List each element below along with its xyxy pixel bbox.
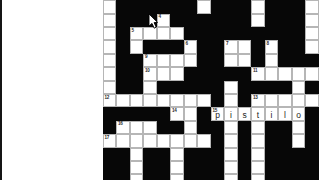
block-cell-r1c12	[265, 14, 279, 27]
cell-r12c9[interactable]	[224, 161, 238, 174]
cell-r4c0[interactable]	[103, 54, 117, 67]
block-cell-r12c6	[184, 161, 198, 174]
block-cell-r2c11	[251, 27, 265, 40]
cell-r13c9[interactable]	[224, 174, 238, 180]
screenshot-root: { "game": "crossword", "app": { "descrip…	[0, 0, 320, 180]
block-cell-r11c15	[305, 148, 319, 161]
block-cell-r5c8	[211, 67, 225, 80]
block-cell-r13c4	[157, 174, 171, 180]
cell-r12c11[interactable]	[251, 161, 265, 174]
block-cell-r2c13	[278, 27, 292, 40]
cell-r6c9[interactable]	[224, 81, 238, 94]
block-cell-r5c10	[238, 67, 252, 80]
block-cell-r11c4	[157, 148, 171, 161]
block-cell-r0c2	[130, 0, 144, 13]
cell-r0c7[interactable]	[197, 0, 211, 13]
block-cell-r10c12	[265, 134, 279, 147]
block-cell-r6c11	[251, 81, 265, 94]
clue-number: 11	[253, 68, 257, 74]
cell-r11c5[interactable]	[170, 148, 184, 161]
block-cell-r0c8	[211, 0, 225, 13]
cell-r4c9[interactable]	[224, 54, 238, 67]
cell-r9c11[interactable]	[251, 121, 265, 134]
filled-letter: i	[225, 110, 237, 121]
block-cell-r1c10	[238, 14, 252, 27]
cell-r6c14[interactable]	[292, 81, 306, 94]
cell-r2c0[interactable]	[103, 27, 117, 40]
cell-r10c2[interactable]	[130, 134, 144, 147]
filled-letter: i	[266, 110, 278, 121]
cell-r8c5[interactable]: 14	[170, 107, 184, 120]
filled-letter: s	[239, 110, 251, 121]
clue-number: 13	[253, 95, 258, 101]
filled-letter: o	[293, 110, 305, 121]
block-cell-r0c1	[116, 0, 130, 13]
cell-r10c9[interactable]	[224, 134, 238, 147]
block-cell-r6c6	[184, 81, 198, 94]
clue-number: 12	[105, 95, 110, 101]
block-cell-r10c8	[211, 134, 225, 147]
block-cell-r11c3	[143, 148, 157, 161]
cell-r5c3[interactable]: 10	[143, 67, 157, 80]
cell-r7c5[interactable]	[170, 94, 184, 107]
cell-r7c11[interactable]: 13	[251, 94, 265, 107]
block-cell-r8c4	[157, 107, 171, 120]
block-cell-r0c10	[238, 0, 252, 13]
cell-r12c5[interactable]	[170, 161, 184, 174]
block-cell-r4c7	[197, 54, 211, 67]
cell-r10c3[interactable]	[143, 134, 157, 147]
cell-r10c0[interactable]: 17	[103, 134, 117, 147]
block-cell-r0c6	[184, 0, 198, 13]
block-cell-r6c5	[170, 81, 184, 94]
clue-number: 6	[186, 41, 188, 47]
block-cell-r5c1	[116, 67, 130, 80]
cell-r1c15[interactable]	[305, 14, 319, 27]
cell-r3c9[interactable]: 7	[224, 40, 238, 53]
cell-r8c11[interactable]: t	[251, 107, 265, 120]
cell-r8c9[interactable]: i	[224, 107, 238, 120]
cell-r8c14[interactable]: o	[292, 107, 306, 120]
block-cell-r12c8	[211, 161, 225, 174]
block-cell-r6c8	[211, 81, 225, 94]
cell-r8c10[interactable]: s	[238, 107, 252, 120]
block-cell-r3c13	[278, 40, 292, 53]
cell-r7c14[interactable]	[292, 94, 306, 107]
cell-r2c15[interactable]	[305, 27, 319, 40]
block-cell-r9c8	[211, 121, 225, 134]
block-cell-r12c7	[197, 161, 211, 174]
block-cell-r11c7	[197, 148, 211, 161]
cell-r4c10[interactable]	[238, 54, 252, 67]
clue-number: 8	[267, 41, 269, 47]
block-cell-r0c9	[224, 0, 238, 13]
block-cell-r1c1	[116, 14, 130, 27]
block-cell-r13c8	[211, 174, 225, 180]
block-cell-r5c2	[130, 67, 144, 80]
block-cell-r11c8	[211, 148, 225, 161]
cell-r3c15[interactable]	[305, 40, 319, 53]
cell-r5c12[interactable]	[265, 67, 279, 80]
block-cell-r7c10	[238, 94, 252, 107]
block-cell-r12c13	[278, 161, 292, 174]
clue-number: 16	[118, 121, 123, 127]
block-cell-r11c13	[278, 148, 292, 161]
block-cell-r3c5	[170, 40, 184, 53]
cell-r1c11[interactable]	[251, 14, 265, 27]
block-cell-r11c10	[238, 148, 252, 161]
cell-r2c2[interactable]: 5	[130, 27, 144, 40]
block-cell-r2c7	[197, 27, 211, 40]
cell-r5c11[interactable]: 11	[251, 67, 265, 80]
cell-r10c14[interactable]	[292, 134, 306, 147]
clue-number: 10	[145, 68, 150, 74]
block-cell-r5c6	[184, 67, 198, 80]
cell-r8c6[interactable]	[184, 107, 198, 120]
cell-r7c1[interactable]	[116, 94, 130, 107]
cell-r10c1[interactable]	[116, 134, 130, 147]
cell-r10c11[interactable]	[251, 134, 265, 147]
crossword-grid[interactable]: 456789101112131415pistilo1617	[103, 0, 319, 180]
cell-r10c7[interactable]	[197, 134, 211, 147]
block-cell-r6c15	[305, 81, 319, 94]
block-cell-r13c6	[184, 174, 198, 180]
block-cell-r10c13	[278, 134, 292, 147]
block-cell-r6c10	[238, 81, 252, 94]
cell-r5c5[interactable]	[170, 67, 184, 80]
cell-r9c1[interactable]: 16	[116, 121, 130, 134]
block-cell-r9c13	[278, 121, 292, 134]
block-cell-r2c6	[184, 27, 198, 40]
cell-r4c12[interactable]	[265, 54, 279, 67]
cell-r0c0[interactable]	[103, 0, 117, 13]
block-cell-r4c15	[305, 54, 319, 67]
block-cell-r9c4	[157, 121, 171, 134]
block-cell-r10c10	[238, 134, 252, 147]
block-cell-r2c14	[292, 27, 306, 40]
block-cell-r12c0	[103, 161, 117, 174]
cell-r7c4[interactable]	[157, 94, 171, 107]
block-cell-r0c3	[143, 0, 157, 13]
block-cell-r13c1	[116, 174, 130, 180]
clue-number: 5	[132, 28, 134, 34]
filled-letter: l	[279, 110, 291, 121]
filled-letter: p	[212, 110, 224, 121]
block-cell-r13c10	[238, 174, 252, 180]
block-cell-r1c14	[292, 14, 306, 27]
cell-r0c11[interactable]	[251, 0, 265, 13]
cell-r4c6[interactable]	[184, 54, 198, 67]
cell-r10c6[interactable]	[184, 134, 198, 147]
cell-r7c7[interactable]	[197, 94, 211, 107]
cell-r2c5[interactable]	[170, 27, 184, 40]
cell-r4c5[interactable]	[170, 54, 184, 67]
block-cell-r12c12	[265, 161, 279, 174]
block-cell-r9c10	[238, 121, 252, 134]
block-cell-r8c7	[197, 107, 211, 120]
cell-r10c4[interactable]	[157, 134, 171, 147]
block-cell-r9c15	[305, 121, 319, 134]
cell-r6c0[interactable]	[103, 81, 117, 94]
cell-r3c0[interactable]	[103, 40, 117, 53]
cell-r7c6[interactable]	[184, 94, 198, 107]
cell-r8c12[interactable]: i	[265, 107, 279, 120]
block-cell-r4c8	[211, 54, 225, 67]
cell-r5c15[interactable]	[305, 67, 319, 80]
cell-r3c6[interactable]: 6	[184, 40, 198, 53]
cell-r13c5[interactable]	[170, 174, 184, 180]
cell-r5c0[interactable]	[103, 67, 117, 80]
block-cell-r1c9	[224, 14, 238, 27]
block-cell-r12c3	[143, 161, 157, 174]
block-cell-r0c13	[278, 0, 292, 13]
block-cell-r3c1	[116, 40, 130, 53]
block-cell-r11c12	[265, 148, 279, 161]
block-cell-r4c1	[116, 54, 130, 67]
cell-r7c2[interactable]	[130, 94, 144, 107]
block-cell-r2c10	[238, 27, 252, 40]
block-cell-r12c1	[116, 161, 130, 174]
clue-number: 7	[226, 41, 228, 47]
block-cell-r13c7	[197, 174, 211, 180]
block-cell-r7c8	[211, 94, 225, 107]
block-cell-r0c4	[157, 0, 171, 13]
block-cell-r2c1	[116, 27, 130, 40]
block-cell-r9c0	[103, 121, 117, 134]
block-cell-r5c9	[224, 67, 238, 80]
block-cell-r12c15	[305, 161, 319, 174]
cell-r11c9[interactable]	[224, 148, 238, 161]
cell-r3c10[interactable]	[238, 40, 252, 53]
block-cell-r13c3	[143, 174, 157, 180]
cell-r6c3[interactable]	[143, 81, 157, 94]
block-cell-r13c14	[292, 174, 306, 180]
block-cell-r3c4	[157, 40, 171, 53]
cell-r0c15[interactable]	[305, 0, 319, 13]
block-cell-r6c13	[278, 81, 292, 94]
block-cell-r1c2	[130, 14, 144, 27]
block-cell-r3c8	[211, 40, 225, 53]
cell-r9c6[interactable]	[184, 121, 198, 134]
cell-r13c11[interactable]	[251, 174, 265, 180]
cell-r7c13[interactable]	[278, 94, 292, 107]
cell-r1c0[interactable]	[103, 14, 117, 27]
cell-r2c4[interactable]	[157, 27, 171, 40]
block-cell-r4c2	[130, 54, 144, 67]
block-cell-r12c4	[157, 161, 171, 174]
cell-r4c3[interactable]: 9	[143, 54, 157, 67]
block-cell-r9c12	[265, 121, 279, 134]
cell-r8c13[interactable]: l	[278, 107, 292, 120]
clue-number: 9	[145, 54, 147, 60]
block-cell-r3c3	[143, 40, 157, 53]
block-cell-r13c0	[103, 174, 117, 180]
clue-number: 17	[105, 135, 110, 141]
block-cell-r4c14	[292, 54, 306, 67]
block-cell-r9c7	[197, 121, 211, 134]
cell-r11c2[interactable]	[130, 148, 144, 161]
cell-r4c4[interactable]	[157, 54, 171, 67]
block-cell-r0c14	[292, 0, 306, 13]
block-cell-r0c12	[265, 0, 279, 13]
block-cell-r1c3	[143, 14, 157, 27]
cell-r9c3[interactable]	[143, 121, 157, 134]
block-cell-r11c6	[184, 148, 198, 161]
clue-number: 4	[159, 14, 161, 20]
block-cell-r1c13	[278, 14, 292, 27]
block-cell-r4c13	[278, 54, 292, 67]
cell-r9c14[interactable]	[292, 121, 306, 134]
block-cell-r2c12	[265, 27, 279, 40]
cell-r7c0[interactable]: 12	[103, 94, 117, 107]
block-cell-r1c7	[197, 14, 211, 27]
block-cell-r12c14	[292, 161, 306, 174]
block-cell-r1c8	[211, 14, 225, 27]
block-cell-r6c12	[265, 81, 279, 94]
block-cell-r8c3	[143, 107, 157, 120]
cell-r7c9[interactable]	[224, 94, 238, 107]
cell-r7c15[interactable]	[305, 94, 319, 107]
block-cell-r12c10	[238, 161, 252, 174]
block-cell-r2c8	[211, 27, 225, 40]
block-cell-r9c5	[170, 121, 184, 134]
block-cell-r6c2	[130, 81, 144, 94]
block-cell-r4c11	[251, 54, 265, 67]
block-cell-r13c12	[265, 174, 279, 180]
block-cell-r8c2	[130, 107, 144, 120]
cell-r9c9[interactable]	[224, 121, 238, 134]
block-cell-r2c9	[224, 27, 238, 40]
cell-r13c2[interactable]	[130, 174, 144, 180]
block-cell-r6c4	[157, 81, 171, 94]
block-cell-r11c0	[103, 148, 117, 161]
window-edge-strip	[0, 0, 2, 180]
block-cell-r13c13	[278, 174, 292, 180]
block-cell-r8c0	[103, 107, 117, 120]
cell-r10c5[interactable]	[170, 134, 184, 147]
block-cell-r0c5	[170, 0, 184, 13]
cell-r3c2[interactable]	[130, 40, 144, 53]
cell-r1c4[interactable]: 4	[157, 14, 171, 27]
block-cell-r1c5	[170, 14, 184, 27]
block-cell-r3c14	[292, 40, 306, 53]
cell-r12c2[interactable]	[130, 161, 144, 174]
block-cell-r8c1	[116, 107, 130, 120]
block-cell-r6c7	[197, 81, 211, 94]
cell-r7c12[interactable]	[265, 94, 279, 107]
block-cell-r10c15	[305, 134, 319, 147]
cell-r8c8[interactable]: 15p	[211, 107, 225, 120]
cell-r7c3[interactable]	[143, 94, 157, 107]
block-cell-r11c14	[292, 148, 306, 161]
cell-r3c12[interactable]: 8	[265, 40, 279, 53]
block-cell-r1c6	[184, 14, 198, 27]
cell-r5c4[interactable]	[157, 67, 171, 80]
block-cell-r13c15	[305, 174, 319, 180]
cell-r5c13[interactable]	[278, 67, 292, 80]
filled-letter: t	[252, 110, 264, 121]
clue-number: 14	[172, 108, 177, 114]
cell-r5c14[interactable]	[292, 67, 306, 80]
block-cell-r3c11	[251, 40, 265, 53]
block-cell-r11c1	[116, 148, 130, 161]
cell-r9c2[interactable]	[130, 121, 144, 134]
block-cell-r8c15	[305, 107, 319, 120]
block-cell-r3c7	[197, 40, 211, 53]
block-cell-r5c7	[197, 67, 211, 80]
block-cell-r6c1	[116, 81, 130, 94]
cell-r11c11[interactable]	[251, 148, 265, 161]
cell-r2c3[interactable]	[143, 27, 157, 40]
